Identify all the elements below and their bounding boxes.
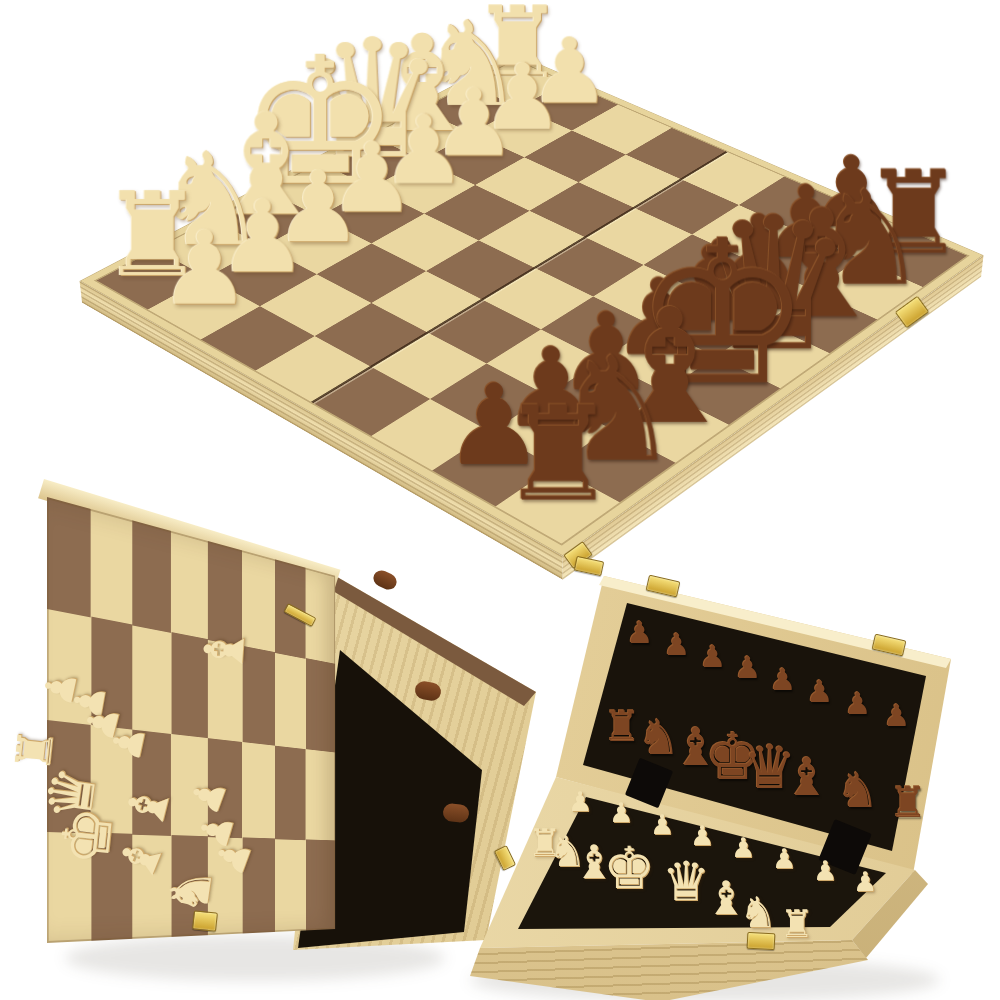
case-piece-black-rook: ♜ [603,706,641,748]
case-piece-black-pawn: ♟ [664,630,691,660]
case-piece-white-pawn: ♟ [568,788,592,815]
tent-piece-white-bishop: ♝ [196,624,253,676]
piece-white-pawn: ♟ [158,218,250,320]
case-piece-white-queen: ♛ [662,855,710,909]
case-piece-white-pawn: ♟ [813,857,837,884]
case-piece-white-pawn: ♟ [853,868,877,895]
case-piece-white-pawn: ♟ [609,799,633,826]
case-piece-white-knight: ♞ [739,892,777,934]
case-piece-black-pawn: ♟ [770,665,797,695]
case-piece-black-knight: ♞ [836,766,879,814]
case-piece-black-rook: ♜ [889,782,927,824]
case-piece-black-pawn: ♟ [884,701,911,731]
case-piece-black-pawn: ♟ [845,689,872,719]
case-piece-black-pawn: ♟ [735,653,762,683]
case-piece-white-rook: ♜ [780,905,814,943]
case-piece-black-pawn: ♟ [700,642,727,672]
tray-front-clasp-icon [747,932,776,950]
piece-black-rook: ♜ [499,389,617,520]
case-piece-white-king: ♚ [603,839,655,897]
case-piece-black-bishop: ♝ [784,751,831,803]
case-piece-white-pawn: ♟ [731,834,755,861]
case-piece-black-pawn: ♟ [807,677,834,707]
main-chess-board: ♜♞♝♚♛♝♞♜♟♟♟♟♟♟♟♟♟♟♟♟♟♟♟♟♜♞♝♚♛♝♞♜ [80,53,984,556]
tent-piece-white-knight: ♞ [161,863,221,918]
case-piece-white-pawn: ♟ [690,822,714,849]
case-piece-black-pawn: ♟ [627,618,654,648]
tent-bottom-clasp-icon [192,910,218,931]
product-photo-stage: ♜♞♝♚♛♝♞♜♟♟♟♟♟♟♟♟♟♟♟♟♟♟♟♟♜♞♝♚♛♝♞♜ ♝♟♟♟♟♜♛… [0,0,1000,1000]
case-piece-white-pawn: ♟ [772,845,796,872]
